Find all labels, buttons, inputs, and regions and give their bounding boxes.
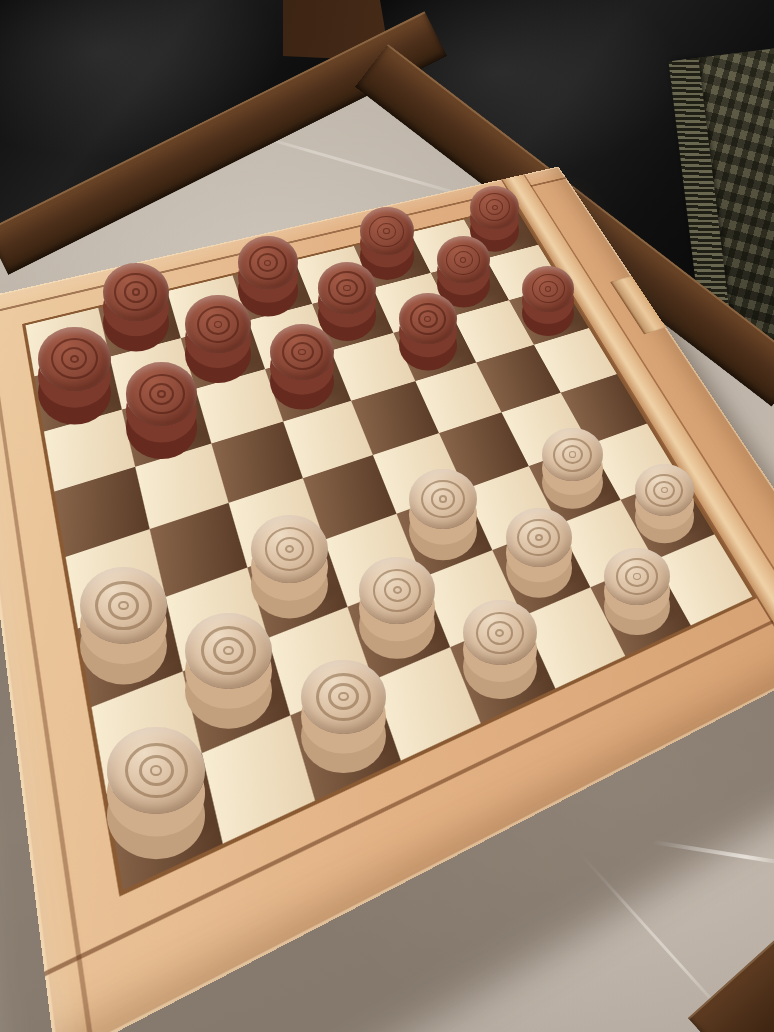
piece-ring-groove: [157, 390, 166, 398]
dark-piece-r2c5[interactable]: [399, 293, 457, 344]
piece-layer: [0, 0, 774, 1032]
piece-ring-groove: [132, 288, 140, 295]
piece-ring-groove: [545, 286, 551, 292]
dark-piece-r1c4[interactable]: [318, 262, 377, 314]
piece-ring-groove: [338, 692, 348, 701]
piece-ring-groove: [460, 257, 466, 263]
dark-piece-r0c3[interactable]: [238, 236, 298, 289]
dark-piece-r2c1[interactable]: [126, 362, 198, 425]
light-piece-r7c0[interactable]: [107, 727, 205, 813]
light-piece-r7c6[interactable]: [604, 548, 669, 605]
piece-ring-groove: [214, 321, 222, 328]
dark-piece-r1c0[interactable]: [38, 327, 111, 391]
light-piece-r5c6[interactable]: [542, 428, 602, 481]
piece-ring-groove: [661, 487, 668, 493]
light-piece-r6c7[interactable]: [635, 464, 694, 516]
piece-ring-groove: [492, 205, 498, 210]
light-piece-r6c5[interactable]: [506, 508, 573, 567]
dark-piece-r1c2[interactable]: [185, 295, 250, 352]
dark-piece-r0c1[interactable]: [103, 263, 169, 321]
piece-ring-groove: [633, 573, 641, 580]
dark-piece-r1c6[interactable]: [437, 236, 490, 283]
piece-ring-groove: [343, 285, 350, 291]
piece-ring-groove: [535, 534, 543, 541]
light-piece-r5c0[interactable]: [80, 567, 168, 644]
dark-piece-r0c7[interactable]: [470, 186, 519, 229]
piece-ring-groove: [569, 451, 576, 457]
dark-piece-r2c7[interactable]: [522, 266, 574, 312]
light-piece-r6c1[interactable]: [185, 613, 271, 689]
dark-piece-r0c5[interactable]: [360, 207, 414, 255]
piece-ring-groove: [118, 601, 129, 610]
dark-piece-r2c3[interactable]: [270, 324, 334, 380]
light-piece-r5c2[interactable]: [251, 515, 328, 583]
piece-ring-groove: [439, 495, 447, 502]
piece-ring-groove: [70, 355, 79, 363]
light-piece-r6c3[interactable]: [359, 557, 435, 623]
light-piece-r7c2[interactable]: [301, 660, 386, 735]
light-piece-r7c4[interactable]: [463, 600, 537, 665]
light-piece-r5c4[interactable]: [409, 469, 477, 529]
piece-ring-groove: [150, 765, 162, 775]
scene-photo-checkers-on-table: [0, 0, 774, 1032]
piece-ring-groove: [223, 646, 233, 655]
